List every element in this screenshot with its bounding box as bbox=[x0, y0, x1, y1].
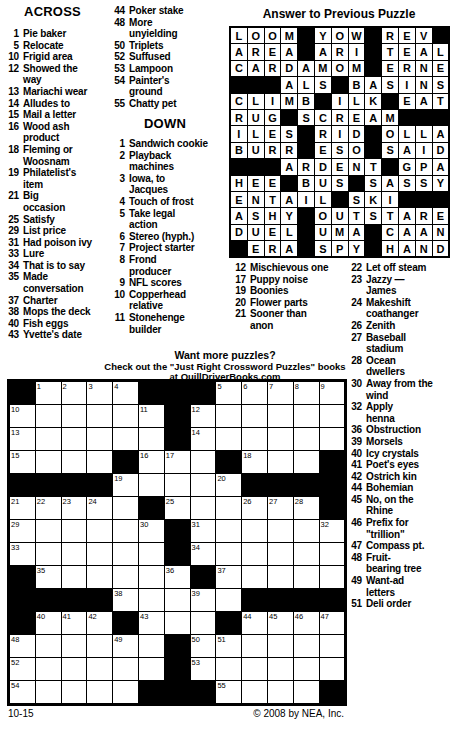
puzzle-cell-empty[interactable] bbox=[36, 681, 61, 703]
puzzle-cell-black bbox=[294, 589, 319, 611]
cell-number: 52 bbox=[11, 658, 19, 667]
clue-number: 8 bbox=[107, 254, 125, 277]
clue-text: Poet's eyes bbox=[366, 459, 419, 471]
puzzle-cell-empty[interactable] bbox=[294, 566, 319, 588]
answer-cell-letter: T bbox=[433, 94, 449, 109]
clue-across-col1-33: 33Lure bbox=[1, 248, 104, 260]
answer-cell-letter: R bbox=[265, 61, 281, 76]
puzzle-cell-empty[interactable]: 8 bbox=[294, 382, 319, 404]
puzzle-cell-empty[interactable] bbox=[87, 451, 112, 473]
puzzle-cell-empty[interactable]: 28 bbox=[294, 497, 319, 519]
puzzle-cell-black bbox=[320, 451, 345, 473]
puzzle-cell-empty[interactable]: 37 bbox=[216, 566, 241, 588]
answer-cell-black bbox=[281, 110, 297, 125]
puzzle-cell-black bbox=[191, 681, 216, 703]
answer-cell-black bbox=[382, 94, 398, 109]
puzzle-cell-empty[interactable] bbox=[268, 451, 293, 473]
puzzle-cell-empty[interactable]: 15 bbox=[10, 451, 35, 473]
puzzle-cell-empty[interactable]: 12 bbox=[191, 405, 216, 427]
answer-cell-black bbox=[248, 159, 264, 174]
clue-number: 12 bbox=[228, 262, 246, 274]
answer-cell-letter: M bbox=[332, 225, 348, 240]
puzzle-cell-empty[interactable]: 41 bbox=[62, 612, 87, 634]
puzzle-cell-empty[interactable] bbox=[191, 497, 216, 519]
answer-cell-letter: P bbox=[416, 159, 432, 174]
puzzle-cell-empty[interactable] bbox=[113, 497, 138, 519]
puzzle-cell-empty[interactable] bbox=[320, 566, 345, 588]
answer-cell-letter: A bbox=[399, 225, 415, 240]
puzzle-cell-empty[interactable] bbox=[216, 497, 241, 519]
puzzle-cell-empty[interactable] bbox=[62, 635, 87, 657]
puzzle-cell-empty[interactable] bbox=[62, 681, 87, 703]
clue-down-col1-6: 6Stereo (hyph.) bbox=[107, 231, 229, 243]
answer-cell-black bbox=[298, 126, 314, 141]
cell-number: 48 bbox=[11, 635, 19, 644]
cell-number: 31 bbox=[192, 520, 200, 529]
puzzle-cell-empty[interactable] bbox=[320, 428, 345, 450]
puzzle-cell-empty[interactable] bbox=[139, 635, 164, 657]
puzzle-cell-empty[interactable] bbox=[139, 658, 164, 680]
puzzle-cell-empty[interactable]: 2 bbox=[62, 382, 87, 404]
answer-cell-letter: T bbox=[365, 159, 381, 174]
puzzle-cell-empty[interactable] bbox=[268, 405, 293, 427]
puzzle-cell-black bbox=[165, 428, 190, 450]
clue-number: 43 bbox=[1, 329, 19, 341]
answer-cell-black bbox=[231, 241, 247, 256]
cell-number: 44 bbox=[243, 612, 251, 621]
puzzle-cell-empty[interactable]: 13 bbox=[10, 428, 35, 450]
clue-text: Touch of frost bbox=[129, 196, 193, 208]
puzzle-cell-empty[interactable] bbox=[268, 681, 293, 703]
puzzle-cell-empty[interactable]: 45 bbox=[268, 612, 293, 634]
answer-cell-letter: A bbox=[365, 77, 381, 92]
puzzle-cell-empty[interactable]: 20 bbox=[216, 474, 241, 496]
puzzle-cell-empty[interactable]: 5 bbox=[216, 382, 241, 404]
puzzle-cell-empty[interactable] bbox=[87, 566, 112, 588]
puzzle-cell-empty[interactable] bbox=[242, 681, 267, 703]
cell-number: 18 bbox=[243, 451, 251, 460]
answer-cell-black bbox=[298, 143, 314, 158]
puzzle-cell-empty[interactable] bbox=[191, 474, 216, 496]
puzzle-cell-empty[interactable] bbox=[113, 405, 138, 427]
clue-number: 5 bbox=[1, 40, 19, 52]
clue-text: Morsels bbox=[366, 436, 403, 448]
puzzle-cell-black bbox=[10, 589, 35, 611]
puzzle-cell-empty[interactable]: 40 bbox=[36, 612, 61, 634]
puzzle-cell-empty[interactable]: 54 bbox=[10, 681, 35, 703]
puzzle-cell-empty[interactable] bbox=[113, 428, 138, 450]
puzzle-cell-empty[interactable] bbox=[216, 589, 241, 611]
puzzle-cell-empty[interactable]: 33 bbox=[10, 543, 35, 565]
puzzle-cell-empty[interactable] bbox=[165, 589, 190, 611]
puzzle-cell-empty[interactable]: 17 bbox=[165, 451, 190, 473]
cell-number: 30 bbox=[140, 520, 148, 529]
cell-number: 53 bbox=[192, 658, 200, 667]
answer-cell-letter: E bbox=[349, 110, 365, 125]
puzzle-cell-empty[interactable] bbox=[242, 405, 267, 427]
clue-text: Philatelist's item bbox=[23, 167, 76, 190]
puzzle-cell-empty[interactable] bbox=[139, 543, 164, 565]
answer-cell-black bbox=[298, 208, 314, 223]
puzzle-cell-empty[interactable] bbox=[113, 681, 138, 703]
puzzle-cell-empty[interactable] bbox=[113, 658, 138, 680]
puzzle-cell-empty[interactable] bbox=[139, 474, 164, 496]
puzzle-cell-empty[interactable] bbox=[216, 520, 241, 542]
answer-cell-letter: A bbox=[281, 77, 297, 92]
puzzle-cell-empty[interactable]: 30 bbox=[139, 520, 164, 542]
puzzle-cell-empty[interactable] bbox=[87, 658, 112, 680]
puzzle-cell-empty[interactable] bbox=[294, 543, 319, 565]
puzzle-cell-empty[interactable]: 10 bbox=[10, 405, 35, 427]
puzzle-cell-empty[interactable] bbox=[294, 451, 319, 473]
puzzle-cell-empty[interactable] bbox=[62, 566, 87, 588]
puzzle-cell-empty[interactable]: 38 bbox=[113, 589, 138, 611]
answer-cell-black bbox=[231, 77, 247, 92]
answer-cell-letter: I bbox=[298, 192, 314, 207]
puzzle-cell-empty[interactable]: 16 bbox=[139, 451, 164, 473]
puzzle-cell-empty[interactable] bbox=[139, 589, 164, 611]
puzzle-cell-empty[interactable] bbox=[242, 566, 267, 588]
puzzle-cell-empty[interactable]: 48 bbox=[10, 635, 35, 657]
cell-number: 5 bbox=[217, 382, 221, 391]
clue-text: Sandwich cookie bbox=[129, 138, 208, 150]
answer-cell-letter: O bbox=[315, 208, 331, 223]
puzzle-cell-empty[interactable]: 29 bbox=[10, 520, 35, 542]
puzzle-cell-empty[interactable]: 50 bbox=[191, 635, 216, 657]
answer-cell-letter: A bbox=[399, 208, 415, 223]
puzzle-cell-empty[interactable]: 22 bbox=[36, 497, 61, 519]
answer-cell-letter: D bbox=[231, 225, 247, 240]
clue-down-col2-17: 17Puppy noise bbox=[228, 274, 344, 286]
answer-cell-letter: E bbox=[382, 61, 398, 76]
puzzle-cell-empty[interactable]: 35 bbox=[36, 566, 61, 588]
puzzle-cell-empty[interactable]: 25 bbox=[165, 497, 190, 519]
puzzle-cell-black bbox=[113, 612, 138, 634]
puzzle-cell-empty[interactable]: 26 bbox=[242, 497, 267, 519]
puzzle-cell-empty[interactable]: 1 bbox=[36, 382, 61, 404]
cell-number: 29 bbox=[11, 520, 19, 529]
clue-number: 53 bbox=[107, 63, 125, 75]
answer-cell-letter: E bbox=[248, 241, 264, 256]
answer-cell-letter: S bbox=[315, 241, 331, 256]
clue-text: Made conversation bbox=[23, 271, 83, 294]
answer-cell-letter: T bbox=[265, 192, 281, 207]
clue-text: Prefix for "trillion" bbox=[366, 517, 408, 540]
puzzle-cell-empty[interactable] bbox=[320, 405, 345, 427]
answer-cell-letter: H bbox=[265, 208, 281, 223]
puzzle-cell-empty[interactable] bbox=[62, 543, 87, 565]
answer-cell-letter: A bbox=[416, 225, 432, 240]
puzzle-cell-empty[interactable] bbox=[320, 658, 345, 680]
puzzle-cell-empty[interactable] bbox=[242, 635, 267, 657]
clue-text: Project starter bbox=[129, 242, 195, 254]
answer-cell-letter: D bbox=[315, 159, 331, 174]
clue-text: Take legal action bbox=[129, 208, 175, 231]
cell-number: 54 bbox=[11, 681, 19, 690]
puzzle-cell-empty[interactable] bbox=[268, 428, 293, 450]
answer-cell-letter: A bbox=[315, 44, 331, 59]
puzzle-cell-empty[interactable] bbox=[113, 520, 138, 542]
puzzle-cell-empty[interactable]: 11 bbox=[139, 405, 164, 427]
puzzle-cell-empty[interactable] bbox=[268, 543, 293, 565]
clue-across-col1-25: 25Satisfy bbox=[1, 214, 104, 226]
clue-text: Flower parts bbox=[250, 297, 308, 309]
answer-cell-letter: E bbox=[265, 176, 281, 191]
puzzle-cell-empty[interactable] bbox=[294, 681, 319, 703]
clue-across-col2-52: 52Suffused bbox=[107, 51, 229, 63]
cell-number: 40 bbox=[37, 612, 45, 621]
puzzle-cell-empty[interactable]: 44 bbox=[242, 612, 267, 634]
puzzle-cell-black bbox=[139, 497, 164, 519]
puzzle-cell-empty[interactable] bbox=[294, 520, 319, 542]
puzzle-cell-empty[interactable]: 39 bbox=[191, 589, 216, 611]
clue-down-col1-7: 7Project starter bbox=[107, 242, 229, 254]
clue-text: Stonehenge builder bbox=[129, 312, 185, 335]
puzzle-cell-empty[interactable]: 55 bbox=[216, 681, 241, 703]
puzzle-cell-empty[interactable]: 19 bbox=[113, 474, 138, 496]
puzzle-cell-empty[interactable] bbox=[294, 658, 319, 680]
clue-text: Makeshift coathanger bbox=[366, 297, 418, 320]
across-header: ACROSS bbox=[1, 4, 104, 19]
cell-number: 22 bbox=[37, 497, 45, 506]
clue-down-col3-40: 40Icy crystals bbox=[344, 448, 450, 460]
puzzle-cell-empty[interactable]: 43 bbox=[139, 612, 164, 634]
clue-text: Lampoon bbox=[129, 63, 173, 75]
clue-number: 50 bbox=[107, 40, 125, 52]
puzzle-cell-empty[interactable]: 23 bbox=[62, 497, 87, 519]
puzzle-cell-empty[interactable] bbox=[268, 635, 293, 657]
puzzle-cell-black bbox=[165, 543, 190, 565]
puzzle-cell-empty[interactable] bbox=[36, 428, 61, 450]
puzzle-cell-empty[interactable]: 46 bbox=[294, 612, 319, 634]
puzzle-cell-empty[interactable]: 49 bbox=[113, 635, 138, 657]
puzzle-cell-empty[interactable] bbox=[242, 520, 267, 542]
cell-number: 28 bbox=[295, 497, 303, 506]
cell-number: 49 bbox=[114, 635, 122, 644]
puzzle-cell-empty[interactable] bbox=[87, 405, 112, 427]
puzzle-cell-empty[interactable] bbox=[87, 428, 112, 450]
cell-number: 11 bbox=[140, 405, 148, 414]
puzzle-cell-empty[interactable]: 14 bbox=[191, 428, 216, 450]
cell-number: 1 bbox=[37, 382, 41, 391]
puzzle-cell-empty[interactable] bbox=[87, 520, 112, 542]
answer-cell-letter: L bbox=[399, 126, 415, 141]
puzzle-cell-empty[interactable] bbox=[36, 658, 61, 680]
answer-cell-black bbox=[298, 241, 314, 256]
clue-text: Jazzy — James bbox=[366, 274, 404, 297]
clue-across-col1-18: 18Fleming or Woosnam bbox=[1, 144, 104, 167]
puzzle-cell-empty[interactable]: 7 bbox=[268, 382, 293, 404]
answer-cell-black bbox=[298, 44, 314, 59]
cell-number: 50 bbox=[192, 635, 200, 644]
puzzle-cell-empty[interactable] bbox=[62, 520, 87, 542]
answer-cell-letter: A bbox=[349, 225, 365, 240]
puzzle-cell-empty[interactable] bbox=[216, 405, 241, 427]
puzzle-cell-empty[interactable] bbox=[294, 405, 319, 427]
cell-number: 6 bbox=[243, 382, 247, 391]
puzzle-cell-empty[interactable]: 3 bbox=[87, 382, 112, 404]
puzzle-cell-empty[interactable] bbox=[113, 566, 138, 588]
cell-number: 23 bbox=[63, 497, 71, 506]
clue-number: 21 bbox=[228, 308, 246, 331]
answer-cell-black bbox=[399, 110, 415, 125]
cell-number: 51 bbox=[217, 635, 225, 644]
puzzle-cell-empty[interactable]: 31 bbox=[191, 520, 216, 542]
puzzle-cell-black bbox=[87, 589, 112, 611]
clue-number: 55 bbox=[107, 98, 125, 110]
puzzle-cell-empty[interactable] bbox=[62, 451, 87, 473]
puzzle-cell-empty[interactable] bbox=[165, 612, 190, 634]
puzzle-cell-empty[interactable]: 47 bbox=[320, 612, 345, 634]
answer-cell-letter: A bbox=[433, 159, 449, 174]
answer-cell-letter: A bbox=[231, 44, 247, 59]
puzzle-cell-empty[interactable] bbox=[242, 428, 267, 450]
cell-number: 45 bbox=[269, 612, 277, 621]
clue-text: More unyielding bbox=[129, 17, 178, 40]
clue-text: Satisfy bbox=[23, 214, 55, 226]
clue-across-col1-29: 29List price bbox=[1, 225, 104, 237]
answer-cell-letter: O bbox=[382, 126, 398, 141]
answer-cell-letter: A bbox=[416, 44, 432, 59]
puzzle-cell-empty[interactable] bbox=[87, 543, 112, 565]
clue-text: Playback machines bbox=[129, 150, 174, 173]
clue-across-col2-54: 54Painter's ground bbox=[107, 75, 229, 98]
answer-cell-letter: T bbox=[349, 208, 365, 223]
answer-cell-letter: Y bbox=[281, 208, 297, 223]
puzzle-cell-empty[interactable] bbox=[191, 451, 216, 473]
puzzle-cell-empty[interactable] bbox=[87, 681, 112, 703]
puzzle-cell-empty[interactable] bbox=[216, 428, 241, 450]
clue-down-col3-23: 23Jazzy — James bbox=[344, 274, 450, 297]
puzzle-cell-empty[interactable] bbox=[36, 451, 61, 473]
cell-number: 24 bbox=[88, 497, 96, 506]
puzzle-cell-empty[interactable]: 32 bbox=[320, 520, 345, 542]
clue-text: Want-ad letters bbox=[366, 575, 404, 598]
answer-cell-letter: E bbox=[433, 61, 449, 76]
answer-cell-letter: A bbox=[231, 208, 247, 223]
puzzle-cell-empty[interactable]: 24 bbox=[87, 497, 112, 519]
answer-cell-letter: S bbox=[416, 176, 432, 191]
answer-cell-letter: U bbox=[315, 176, 331, 191]
puzzle-cell-empty[interactable] bbox=[268, 658, 293, 680]
cell-number: 36 bbox=[166, 566, 174, 575]
puzzle-cell-empty[interactable] bbox=[268, 566, 293, 588]
puzzle-cell-empty[interactable] bbox=[242, 658, 267, 680]
puzzle-cell-empty[interactable] bbox=[320, 543, 345, 565]
answer-cell-letter: R bbox=[416, 208, 432, 223]
puzzle-cell-empty[interactable] bbox=[62, 405, 87, 427]
puzzle-cell-empty[interactable] bbox=[87, 635, 112, 657]
clue-across-col1-31: 31Had poison ivy bbox=[1, 237, 104, 249]
clue-text: Pie baker bbox=[23, 28, 66, 40]
clue-number: 44 bbox=[107, 5, 125, 17]
puzzle-cell-empty[interactable] bbox=[36, 405, 61, 427]
answer-cell-letter: O bbox=[349, 143, 365, 158]
crossword-puzzle-grid: 1234567891011121314151617181920212223242… bbox=[7, 379, 347, 706]
puzzle-cell-empty[interactable] bbox=[242, 543, 267, 565]
down-clues-column-1: 1Sandwich cookie2Playback machines3Iowa,… bbox=[107, 138, 229, 335]
answer-cell-letter: R bbox=[281, 143, 297, 158]
answer-cell-letter: M bbox=[281, 28, 297, 43]
puzzle-cell-empty[interactable]: 34 bbox=[191, 543, 216, 565]
answer-cell-letter: B bbox=[298, 176, 314, 191]
clue-text: No, on the Rhine bbox=[366, 494, 413, 517]
puzzle-cell-empty[interactable]: 42 bbox=[87, 612, 112, 634]
clue-across-col1-37: 37Charter bbox=[1, 295, 104, 307]
answer-cell-letter: A bbox=[248, 61, 264, 76]
puzzle-cell-black bbox=[10, 382, 35, 404]
puzzle-cell-empty[interactable]: 51 bbox=[216, 635, 241, 657]
puzzle-cell-empty[interactable]: 9 bbox=[320, 382, 345, 404]
answer-cell-letter: I bbox=[399, 77, 415, 92]
answer-cell-letter: D bbox=[349, 126, 365, 141]
puzzle-cell-empty[interactable] bbox=[320, 635, 345, 657]
clue-down-col3-22: 22Let off steam bbox=[344, 262, 450, 274]
puzzle-cell-empty[interactable] bbox=[36, 635, 61, 657]
puzzle-cell-empty[interactable]: 36 bbox=[165, 566, 190, 588]
puzzle-cell-black bbox=[242, 589, 267, 611]
puzzle-cell-empty[interactable]: 27 bbox=[268, 497, 293, 519]
puzzle-cell-empty[interactable] bbox=[216, 543, 241, 565]
puzzle-cell-empty[interactable]: 53 bbox=[191, 658, 216, 680]
cell-number: 42 bbox=[88, 612, 96, 621]
puzzle-cell-empty[interactable] bbox=[268, 520, 293, 542]
answer-cell-letter: R bbox=[382, 28, 398, 43]
puzzle-cell-empty[interactable] bbox=[62, 428, 87, 450]
answer-cell-letter: R bbox=[265, 241, 281, 256]
puzzle-cell-empty[interactable] bbox=[36, 543, 61, 565]
puzzle-cell-empty[interactable] bbox=[36, 520, 61, 542]
puzzle-cell-empty[interactable] bbox=[113, 543, 138, 565]
answer-cell-black bbox=[416, 192, 432, 207]
puzzle-cell-empty[interactable]: 21 bbox=[10, 497, 35, 519]
puzzle-cell-black bbox=[216, 612, 241, 634]
clue-down-col1-8: 8Frond producer bbox=[107, 254, 229, 277]
clue-across-col1-5: 5Relocate bbox=[1, 40, 104, 52]
crossword-page: ACROSS 1Pie baker5Relocate10Frigid area1… bbox=[0, 0, 450, 729]
cell-number: 37 bbox=[217, 566, 225, 575]
puzzle-cell-empty[interactable] bbox=[216, 658, 241, 680]
clue-text: Frigid area bbox=[23, 51, 72, 63]
answer-cell-letter: A bbox=[281, 241, 297, 256]
clue-down-col2-12: 12Mischievous one bbox=[228, 262, 344, 274]
puzzle-cell-empty[interactable] bbox=[139, 566, 164, 588]
puzzle-cell-black bbox=[165, 520, 190, 542]
puzzle-cell-empty[interactable] bbox=[294, 428, 319, 450]
clue-down-col1-10: 10Copperhead relative bbox=[107, 289, 229, 312]
cell-number: 55 bbox=[217, 681, 225, 690]
puzzle-cell-empty[interactable] bbox=[165, 474, 190, 496]
puzzle-cell-empty[interactable] bbox=[191, 612, 216, 634]
clue-number: 7 bbox=[107, 242, 125, 254]
answer-cell-black bbox=[365, 44, 381, 59]
puzzle-cell-empty[interactable] bbox=[139, 428, 164, 450]
puzzle-cell-empty[interactable]: 18 bbox=[242, 451, 267, 473]
answer-cell-letter: S bbox=[382, 77, 398, 92]
puzzle-cell-empty[interactable]: 52 bbox=[10, 658, 35, 680]
answer-cell-letter: S bbox=[382, 143, 398, 158]
puzzle-cell-empty[interactable]: 6 bbox=[242, 382, 267, 404]
cell-number: 27 bbox=[269, 497, 277, 506]
answer-cell-letter: B bbox=[298, 94, 314, 109]
clue-across-col1-12: 12Showed the way bbox=[1, 63, 104, 86]
answer-cell-black bbox=[416, 110, 432, 125]
puzzle-cell-empty[interactable] bbox=[294, 635, 319, 657]
answer-cell-letter: D bbox=[281, 61, 297, 76]
puzzle-cell-empty[interactable]: 4 bbox=[113, 382, 138, 404]
puzzle-cell-empty[interactable] bbox=[62, 658, 87, 680]
answer-cell-black bbox=[248, 77, 264, 92]
